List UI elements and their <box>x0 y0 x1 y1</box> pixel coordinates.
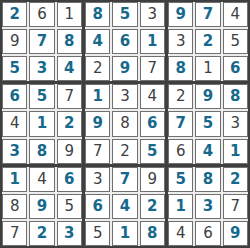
cell-r6c8[interactable]: 4 <box>195 139 220 164</box>
cell-r6c4[interactable]: 7 <box>85 139 110 164</box>
sudoku-board: 2619785348534612979743258166574123891349… <box>0 0 250 248</box>
cell-r2c1[interactable]: 9 <box>2 29 27 54</box>
cell-r6c1[interactable]: 3 <box>2 139 27 164</box>
cell-r1c5[interactable]: 5 <box>112 2 137 27</box>
cell-r1c1[interactable]: 2 <box>2 2 27 27</box>
cell-r3c2[interactable]: 3 <box>29 56 54 81</box>
cell-r4c8[interactable]: 9 <box>195 84 220 109</box>
cell-r1c2[interactable]: 6 <box>29 2 54 27</box>
cell-r2c8[interactable]: 2 <box>195 29 220 54</box>
cell-r8c7[interactable]: 1 <box>168 194 193 219</box>
cell-r5c6[interactable]: 6 <box>140 111 165 136</box>
cell-r9c4[interactable]: 5 <box>85 221 110 246</box>
cell-r4c6[interactable]: 4 <box>140 84 165 109</box>
cell-r5c3[interactable]: 2 <box>57 111 82 136</box>
cell-r7c3[interactable]: 6 <box>57 167 82 192</box>
cell-r8c1[interactable]: 8 <box>2 194 27 219</box>
cell-r5c1[interactable]: 4 <box>2 111 27 136</box>
box-3-2: 379642518 <box>85 167 165 246</box>
cell-r3c8[interactable]: 1 <box>195 56 220 81</box>
cell-r2c6[interactable]: 1 <box>140 29 165 54</box>
cell-r9c7[interactable]: 4 <box>168 221 193 246</box>
cell-r3c4[interactable]: 2 <box>85 56 110 81</box>
cell-r1c3[interactable]: 1 <box>57 2 82 27</box>
cell-r4c9[interactable]: 8 <box>223 84 248 109</box>
box-1-2: 853461297 <box>85 2 165 81</box>
cell-r9c9[interactable]: 9 <box>223 221 248 246</box>
cell-r1c4[interactable]: 8 <box>85 2 110 27</box>
cell-r5c7[interactable]: 7 <box>168 111 193 136</box>
cell-r8c8[interactable]: 3 <box>195 194 220 219</box>
box-2-1: 657412389 <box>2 84 82 163</box>
cell-r5c9[interactable]: 3 <box>223 111 248 136</box>
cell-r4c4[interactable]: 1 <box>85 84 110 109</box>
cell-r8c5[interactable]: 4 <box>112 194 137 219</box>
cell-r3c6[interactable]: 7 <box>140 56 165 81</box>
cell-r3c7[interactable]: 8 <box>168 56 193 81</box>
cell-r7c7[interactable]: 5 <box>168 167 193 192</box>
cell-r4c5[interactable]: 3 <box>112 84 137 109</box>
cell-r8c2[interactable]: 9 <box>29 194 54 219</box>
cell-r6c9[interactable]: 1 <box>223 139 248 164</box>
cell-r6c5[interactable]: 2 <box>112 139 137 164</box>
cell-r8c4[interactable]: 6 <box>85 194 110 219</box>
cell-r2c2[interactable]: 7 <box>29 29 54 54</box>
cell-r6c7[interactable]: 6 <box>168 139 193 164</box>
cell-r2c4[interactable]: 4 <box>85 29 110 54</box>
cell-r9c1[interactable]: 7 <box>2 221 27 246</box>
box-1-3: 974325816 <box>168 2 248 81</box>
cell-r5c2[interactable]: 1 <box>29 111 54 136</box>
cell-r9c8[interactable]: 6 <box>195 221 220 246</box>
cell-r6c2[interactable]: 8 <box>29 139 54 164</box>
cell-r9c3[interactable]: 3 <box>57 221 82 246</box>
cell-r5c4[interactable]: 9 <box>85 111 110 136</box>
cell-r7c2[interactable]: 4 <box>29 167 54 192</box>
cell-r2c5[interactable]: 6 <box>112 29 137 54</box>
cell-r7c5[interactable]: 7 <box>112 167 137 192</box>
cell-r2c7[interactable]: 3 <box>168 29 193 54</box>
box-2-3: 298753641 <box>168 84 248 163</box>
cell-r8c6[interactable]: 2 <box>140 194 165 219</box>
cell-r4c7[interactable]: 2 <box>168 84 193 109</box>
cell-r4c1[interactable]: 6 <box>2 84 27 109</box>
cell-r5c5[interactable]: 8 <box>112 111 137 136</box>
cell-r2c9[interactable]: 5 <box>223 29 248 54</box>
cell-r8c3[interactable]: 5 <box>57 194 82 219</box>
cell-r4c3[interactable]: 7 <box>57 84 82 109</box>
box-3-3: 582137469 <box>168 167 248 246</box>
cell-r9c5[interactable]: 1 <box>112 221 137 246</box>
cell-r7c1[interactable]: 1 <box>2 167 27 192</box>
cell-r3c9[interactable]: 6 <box>223 56 248 81</box>
cell-r3c5[interactable]: 9 <box>112 56 137 81</box>
cell-r4c2[interactable]: 5 <box>29 84 54 109</box>
cell-r3c1[interactable]: 5 <box>2 56 27 81</box>
cell-r7c6[interactable]: 9 <box>140 167 165 192</box>
cell-r7c8[interactable]: 8 <box>195 167 220 192</box>
cell-r9c2[interactable]: 2 <box>29 221 54 246</box>
cell-r7c9[interactable]: 2 <box>223 167 248 192</box>
cell-r6c6[interactable]: 5 <box>140 139 165 164</box>
cell-r1c9[interactable]: 4 <box>223 2 248 27</box>
cell-r5c8[interactable]: 5 <box>195 111 220 136</box>
box-2-2: 134986725 <box>85 84 165 163</box>
cell-r7c4[interactable]: 3 <box>85 167 110 192</box>
box-3-1: 146895723 <box>2 167 82 246</box>
cell-r9c6[interactable]: 8 <box>140 221 165 246</box>
cell-r1c7[interactable]: 9 <box>168 2 193 27</box>
cell-r6c3[interactable]: 9 <box>57 139 82 164</box>
cell-r1c8[interactable]: 7 <box>195 2 220 27</box>
cell-r3c3[interactable]: 4 <box>57 56 82 81</box>
box-1-1: 261978534 <box>2 2 82 81</box>
cell-r8c9[interactable]: 7 <box>223 194 248 219</box>
cell-r2c3[interactable]: 8 <box>57 29 82 54</box>
cell-r1c6[interactable]: 3 <box>140 2 165 27</box>
